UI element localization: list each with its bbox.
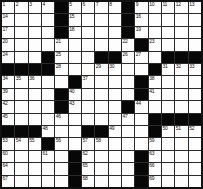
clue-number: 34 <box>3 76 8 81</box>
cell-r5c13 <box>162 52 174 63</box>
cell-r10c5[interactable]: 46 <box>55 114 67 125</box>
crossword-grid: 1234567891011121314151617181920212223242… <box>0 0 203 189</box>
cell-r10c2[interactable] <box>15 114 27 125</box>
cell-r2c8[interactable] <box>95 14 107 25</box>
cell-r11c9[interactable]: 49 <box>109 126 121 137</box>
clue-number: 64 <box>3 163 8 168</box>
cell-r9c9[interactable] <box>109 101 121 112</box>
clue-number: 61 <box>42 151 47 156</box>
cell-r11c6[interactable] <box>69 126 81 137</box>
cell-r12c1[interactable]: 53 <box>2 138 14 149</box>
cell-r5c1[interactable]: 24 <box>2 52 14 63</box>
cell-r15c12[interactable]: 69 <box>149 176 161 187</box>
clue-number: 8 <box>109 2 111 7</box>
clue-number: 49 <box>109 126 114 131</box>
cell-r14c11 <box>135 163 147 174</box>
crossword-board: 1234567891011121314151617181920212223242… <box>0 0 203 189</box>
cell-r7c9[interactable] <box>109 76 121 87</box>
cell-r4c8[interactable] <box>95 39 107 50</box>
cell-r2c4[interactable] <box>42 14 54 25</box>
cell-r3c3[interactable] <box>29 27 41 38</box>
cell-r5c11[interactable]: 27 <box>135 52 147 63</box>
cell-r15c15[interactable] <box>189 176 201 187</box>
cell-r13c15[interactable] <box>189 151 201 162</box>
cell-r4c1[interactable]: 20 <box>2 39 14 50</box>
cell-r15c10[interactable] <box>122 176 134 187</box>
cell-r4c10[interactable]: 22 <box>122 39 134 50</box>
cell-r3c1[interactable]: 17 <box>2 27 14 38</box>
cell-r13c10[interactable] <box>122 151 134 162</box>
clue-number: 26 <box>122 52 127 57</box>
cell-r15c2[interactable] <box>15 176 27 187</box>
cell-r14c8[interactable] <box>95 163 107 174</box>
cell-r6c9[interactable]: 30 <box>109 64 121 75</box>
cell-r12c7[interactable]: 57 <box>82 138 94 149</box>
clue-number: 43 <box>69 101 74 106</box>
cell-r1c4[interactable]: 4 <box>42 2 54 13</box>
cell-r5c14 <box>175 52 187 63</box>
cell-r3c13[interactable] <box>162 27 174 38</box>
clue-number: 33 <box>189 64 194 69</box>
cell-r3c4[interactable] <box>42 27 54 38</box>
clue-number: 35 <box>16 76 21 81</box>
cell-r9c12[interactable] <box>149 101 161 112</box>
cell-r9c2[interactable] <box>15 101 27 112</box>
cell-r15c6 <box>69 176 81 187</box>
cell-r8c8[interactable] <box>95 89 107 100</box>
clue-number: 54 <box>16 138 21 143</box>
clue-number: 48 <box>42 126 47 131</box>
cell-r12c6[interactable] <box>69 138 81 149</box>
cell-r8c13[interactable] <box>162 89 174 100</box>
clue-number: 10 <box>149 2 154 7</box>
cell-r3c9[interactable] <box>109 27 121 38</box>
cell-r9c6[interactable]: 43 <box>69 101 81 112</box>
cell-r6c10[interactable] <box>122 64 134 75</box>
cell-r7c2[interactable]: 35 <box>15 76 27 87</box>
cell-r14c2[interactable] <box>15 163 27 174</box>
clue-number: 62 <box>82 151 87 156</box>
cell-r2c9[interactable] <box>109 14 121 25</box>
cell-r14c7[interactable]: 65 <box>82 163 94 174</box>
clue-number: 13 <box>189 2 194 7</box>
cell-r15c9[interactable] <box>109 176 121 187</box>
cell-r2c13[interactable] <box>162 14 174 25</box>
cell-r7c14[interactable] <box>175 76 187 87</box>
cell-r1c10 <box>122 2 134 13</box>
cell-r13c1[interactable]: 60 <box>2 151 14 162</box>
cell-r11c3 <box>29 126 41 137</box>
clue-number: 46 <box>56 114 61 119</box>
cell-r5c12[interactable] <box>149 52 161 63</box>
clue-number: 52 <box>189 126 194 131</box>
cell-r9c14[interactable] <box>175 101 187 112</box>
cell-r4c2[interactable] <box>15 39 27 50</box>
cell-r13c8[interactable] <box>95 151 107 162</box>
cell-r9c13[interactable] <box>162 101 174 112</box>
cell-r9c4[interactable] <box>42 101 54 112</box>
cell-r6c11[interactable] <box>135 64 147 75</box>
cell-r14c1[interactable]: 64 <box>2 163 14 174</box>
cell-r4c9[interactable] <box>109 39 121 50</box>
cell-r9c11[interactable]: 44 <box>135 101 147 112</box>
cell-r15c14[interactable] <box>175 176 187 187</box>
cell-r3c2[interactable] <box>15 27 27 38</box>
clue-number: 47 <box>122 114 127 119</box>
clue-number: 1 <box>3 2 5 7</box>
cell-r5c9 <box>109 52 121 63</box>
cell-r4c5[interactable]: 21 <box>55 39 67 50</box>
cell-r11c2 <box>15 126 27 137</box>
cell-r15c13[interactable] <box>162 176 174 187</box>
cell-r13c6 <box>69 151 81 162</box>
cell-r6c3 <box>29 64 41 75</box>
cell-r1c7[interactable]: 6 <box>82 2 94 13</box>
clue-number: 4 <box>42 2 44 7</box>
cell-r11c11[interactable] <box>135 126 147 137</box>
cell-r14c13[interactable] <box>162 163 174 174</box>
clue-number: 24 <box>3 52 8 57</box>
cell-r2c2[interactable] <box>15 14 27 25</box>
clue-number: 41 <box>149 89 154 94</box>
cell-r5c3[interactable] <box>29 52 41 63</box>
cell-r9c1[interactable]: 42 <box>2 101 14 112</box>
clue-number: 51 <box>176 126 181 131</box>
cell-r6c5[interactable]: 28 <box>55 64 67 75</box>
cell-r8c1[interactable]: 39 <box>2 89 14 100</box>
cell-r2c11[interactable]: 16 <box>135 14 147 25</box>
cell-r3c15[interactable] <box>189 27 201 38</box>
cell-r13c9[interactable] <box>109 151 121 162</box>
clue-number: 44 <box>136 101 141 106</box>
cell-r7c8[interactable] <box>95 76 107 87</box>
cell-r1c13[interactable]: 11 <box>162 2 174 13</box>
cell-r7c6 <box>69 76 81 87</box>
clue-number: 55 <box>29 138 34 143</box>
clue-number: 18 <box>69 27 74 32</box>
cell-r11c8 <box>95 126 107 137</box>
cell-r5c5[interactable]: 25 <box>55 52 67 63</box>
cell-r11c13[interactable]: 50 <box>162 126 174 137</box>
cell-r4c4[interactable] <box>42 39 54 50</box>
clue-number: 2 <box>16 2 18 7</box>
cell-r1c12[interactable]: 10 <box>149 2 161 13</box>
clue-number: 3 <box>29 2 31 7</box>
cell-r6c13[interactable]: 31 <box>162 64 174 75</box>
cell-r3c8[interactable] <box>95 27 107 38</box>
cell-r6c15[interactable]: 33 <box>189 64 201 75</box>
cell-r14c15[interactable] <box>189 163 201 174</box>
cell-r5c4 <box>42 52 54 63</box>
clue-number: 21 <box>56 39 61 44</box>
cell-r6c8[interactable]: 29 <box>95 64 107 75</box>
cell-r7c5[interactable] <box>55 76 67 87</box>
clue-number: 32 <box>176 64 181 69</box>
cell-r10c4[interactable] <box>42 114 54 125</box>
clue-number: 39 <box>3 89 8 94</box>
cell-r10c10[interactable]: 47 <box>122 114 134 125</box>
cell-r7c1[interactable]: 34 <box>2 76 14 87</box>
clue-number: 66 <box>149 163 154 168</box>
cell-r2c10 <box>122 14 134 25</box>
cell-r8c12[interactable]: 41 <box>149 89 161 100</box>
cell-r11c1 <box>2 126 14 137</box>
cell-r15c11 <box>135 176 147 187</box>
cell-r10c9[interactable] <box>109 114 121 125</box>
cell-r15c1[interactable]: 67 <box>2 176 14 187</box>
cell-r1c2[interactable]: 2 <box>15 2 27 13</box>
clue-number: 31 <box>162 64 167 69</box>
cell-r5c10[interactable]: 26 <box>122 52 134 63</box>
cell-r12c5[interactable]: 56 <box>55 138 67 149</box>
cell-r6c1 <box>2 64 14 75</box>
clue-number: 22 <box>122 39 127 44</box>
clue-number: 42 <box>3 101 8 106</box>
cell-r10c6[interactable] <box>69 114 81 125</box>
cell-r14c14[interactable] <box>175 163 187 174</box>
cell-r3c7[interactable] <box>82 27 94 38</box>
cell-r6c2 <box>15 64 27 75</box>
cell-r1c9[interactable]: 8 <box>109 2 121 13</box>
clue-number: 40 <box>69 89 74 94</box>
cell-r2c14[interactable] <box>175 14 187 25</box>
clue-number: 67 <box>3 176 8 181</box>
clue-number: 50 <box>162 126 167 131</box>
cell-r1c3[interactable]: 3 <box>29 2 41 13</box>
cell-r15c3[interactable] <box>29 176 41 187</box>
cell-r13c13[interactable] <box>162 151 174 162</box>
clue-number: 45 <box>3 114 8 119</box>
clue-number: 60 <box>3 151 8 156</box>
cell-r6c6[interactable] <box>69 64 81 75</box>
cell-r12c9[interactable] <box>109 138 121 149</box>
cell-r9c7[interactable] <box>82 101 94 112</box>
cell-r3c10 <box>122 27 134 38</box>
cell-r13c3[interactable] <box>29 151 41 162</box>
cell-r7c10[interactable] <box>122 76 134 87</box>
cell-r4c14[interactable] <box>175 39 187 50</box>
clue-number: 12 <box>176 2 181 7</box>
cell-r4c6[interactable] <box>69 39 81 50</box>
cell-r7c3[interactable]: 36 <box>29 76 41 87</box>
clue-number: 5 <box>69 2 71 7</box>
cell-r8c4[interactable] <box>42 89 54 100</box>
cell-r1c1[interactable]: 1 <box>2 2 14 13</box>
cell-r2c7[interactable] <box>82 14 94 25</box>
clue-number: 6 <box>82 2 84 7</box>
cell-r11c10[interactable] <box>122 126 134 137</box>
cell-r13c12[interactable]: 63 <box>149 151 161 162</box>
cell-r7c4[interactable] <box>42 76 54 87</box>
cell-r8c10[interactable] <box>122 89 134 100</box>
cell-r10c11[interactable] <box>135 114 147 125</box>
clue-number: 57 <box>82 138 87 143</box>
cell-r15c8[interactable] <box>95 176 107 187</box>
clue-number: 56 <box>56 138 61 143</box>
cell-r6c4 <box>42 64 54 75</box>
clue-number: 69 <box>149 176 154 181</box>
cell-r7c13[interactable] <box>162 76 174 87</box>
cell-r6c7[interactable] <box>82 64 94 75</box>
cell-r11c4[interactable]: 48 <box>42 126 54 137</box>
cell-r14c9[interactable] <box>109 163 121 174</box>
cell-r1c8[interactable]: 7 <box>95 2 107 13</box>
clue-number: 59 <box>149 138 154 143</box>
cell-r11c7 <box>82 126 94 137</box>
cell-r14c5[interactable] <box>55 163 67 174</box>
cell-r15c7[interactable]: 68 <box>82 176 94 187</box>
clue-number: 58 <box>96 138 101 143</box>
cell-r9c15[interactable] <box>189 101 201 112</box>
cell-r2c5 <box>55 14 67 25</box>
cell-r3c14[interactable] <box>175 27 187 38</box>
clue-number: 25 <box>56 52 61 57</box>
cell-r13c11 <box>135 151 147 162</box>
cell-r10c1[interactable]: 45 <box>2 114 14 125</box>
cell-r8c14[interactable] <box>175 89 187 100</box>
cell-r10c7[interactable] <box>82 114 94 125</box>
cell-r9c5 <box>55 101 67 112</box>
cell-r14c4[interactable] <box>42 163 54 174</box>
cell-r4c15[interactable] <box>189 39 201 50</box>
cell-r1c5 <box>55 2 67 13</box>
clue-number: 30 <box>109 64 114 69</box>
cell-r2c1[interactable]: 14 <box>2 14 14 25</box>
cell-r5c8 <box>95 52 107 63</box>
cell-r14c12[interactable]: 66 <box>149 163 161 174</box>
cell-r15c5[interactable] <box>55 176 67 187</box>
cell-r13c4[interactable]: 61 <box>42 151 54 162</box>
cell-r12c12[interactable]: 59 <box>149 138 161 149</box>
clue-number: 36 <box>29 76 34 81</box>
cell-r5c7[interactable] <box>82 52 94 63</box>
cell-r11c5[interactable] <box>55 126 67 137</box>
cell-r2c15[interactable] <box>189 14 201 25</box>
cell-r5c6[interactable] <box>69 52 81 63</box>
cell-r4c7[interactable] <box>82 39 94 50</box>
cell-r11c14[interactable]: 51 <box>175 126 187 137</box>
cell-r7c11 <box>135 76 147 87</box>
cell-r14c10[interactable] <box>122 163 134 174</box>
cell-r7c7[interactable]: 37 <box>82 76 94 87</box>
cell-r12c15[interactable] <box>189 138 201 149</box>
clue-number: 53 <box>3 138 8 143</box>
cell-r8c5 <box>55 89 67 100</box>
cell-r6c12 <box>149 64 161 75</box>
clue-number: 17 <box>3 27 8 32</box>
cell-r13c2[interactable] <box>15 151 27 162</box>
clue-number: 7 <box>96 2 98 7</box>
clue-number: 11 <box>162 2 167 7</box>
cell-r8c11 <box>135 89 147 100</box>
clue-number: 65 <box>82 163 87 168</box>
cell-r8c6[interactable]: 40 <box>69 89 81 100</box>
cell-r3c11[interactable]: 19 <box>135 27 147 38</box>
cell-r10c12 <box>149 114 161 125</box>
cell-r5c2[interactable] <box>15 52 27 63</box>
cell-r12c2[interactable]: 54 <box>15 138 27 149</box>
cell-r11c12 <box>149 126 161 137</box>
cell-r13c7[interactable]: 62 <box>82 151 94 162</box>
cell-r1c15[interactable]: 13 <box>189 2 201 13</box>
cell-r3c12[interactable] <box>149 27 161 38</box>
cell-r9c10 <box>122 101 134 112</box>
cell-r1c6[interactable]: 5 <box>69 2 81 13</box>
cell-r7c12[interactable]: 38 <box>149 76 161 87</box>
cell-r4c3[interactable] <box>29 39 41 50</box>
cell-r10c3[interactable] <box>29 114 41 125</box>
cell-r3c6[interactable]: 18 <box>69 27 81 38</box>
cell-r5c15 <box>189 52 201 63</box>
clue-number: 38 <box>149 76 154 81</box>
cell-r12c11[interactable] <box>135 138 147 149</box>
clue-number: 23 <box>149 39 154 44</box>
cell-r6c14[interactable]: 32 <box>175 64 187 75</box>
cell-r2c3[interactable] <box>29 14 41 25</box>
clue-number: 9 <box>136 2 138 7</box>
cell-r13c5[interactable] <box>55 151 67 162</box>
cell-r1c11[interactable]: 9 <box>135 2 147 13</box>
cell-r4c13[interactable] <box>162 39 174 50</box>
cell-r8c2[interactable] <box>15 89 27 100</box>
clue-number: 68 <box>82 176 87 181</box>
cell-r12c13[interactable] <box>162 138 174 149</box>
cell-r4c11 <box>135 39 147 50</box>
clue-number: 37 <box>82 76 87 81</box>
clue-number: 28 <box>56 64 61 69</box>
clue-number: 16 <box>136 14 141 19</box>
cell-r10c14 <box>175 114 187 125</box>
clue-number: 27 <box>136 52 141 57</box>
cell-r13c14[interactable] <box>175 151 187 162</box>
cell-r9c8[interactable] <box>95 101 107 112</box>
clue-number: 29 <box>96 64 101 69</box>
clue-number: 19 <box>136 27 141 32</box>
cell-r12c14[interactable] <box>175 138 187 149</box>
clue-number: 20 <box>3 39 8 44</box>
cell-r4c12[interactable]: 23 <box>149 39 161 50</box>
cell-r8c7[interactable] <box>82 89 94 100</box>
cell-r12c10[interactable] <box>122 138 134 149</box>
cell-r14c3[interactable] <box>29 163 41 174</box>
cell-r3c5 <box>55 27 67 38</box>
cell-r8c3[interactable] <box>29 89 41 100</box>
clue-number: 14 <box>3 14 8 19</box>
cell-r12c4 <box>42 138 54 149</box>
cell-r2c6[interactable]: 15 <box>69 14 81 25</box>
cell-r14c6 <box>69 163 81 174</box>
cell-r9c3[interactable] <box>29 101 41 112</box>
clue-number: 15 <box>69 14 74 19</box>
cell-r10c13 <box>162 114 174 125</box>
cell-r10c8[interactable] <box>95 114 107 125</box>
cell-r10c15 <box>189 114 201 125</box>
cell-r8c9[interactable] <box>109 89 121 100</box>
cell-r7c15[interactable] <box>189 76 201 87</box>
clue-number: 63 <box>149 151 154 156</box>
cell-r11c15[interactable]: 52 <box>189 126 201 137</box>
cell-r8c15[interactable] <box>189 89 201 100</box>
cell-r2c12[interactable] <box>149 14 161 25</box>
cell-r12c8[interactable]: 58 <box>95 138 107 149</box>
cell-r12c3[interactable]: 55 <box>29 138 41 149</box>
cell-r1c14[interactable]: 12 <box>175 2 187 13</box>
cell-r15c4[interactable] <box>42 176 54 187</box>
